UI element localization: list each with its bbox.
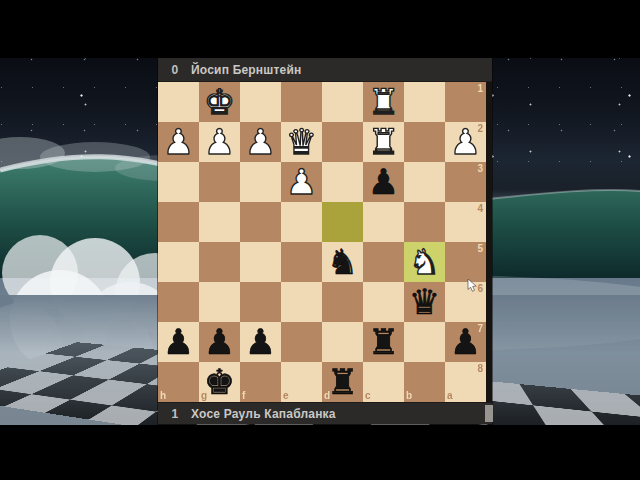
square-d8[interactable]: ♜d: [322, 362, 363, 402]
square-a5[interactable]: 5: [445, 242, 486, 282]
square-b2[interactable]: [404, 122, 445, 162]
square-c7[interactable]: ♜: [363, 322, 404, 362]
scrollbar-thumb[interactable]: [485, 405, 493, 422]
rank-label-8: 8: [477, 364, 483, 374]
square-g1[interactable]: ♚: [199, 82, 240, 122]
right-scroll-gutter: [486, 82, 492, 402]
square-b4[interactable]: [404, 202, 445, 242]
rank-label-3: 3: [477, 164, 483, 174]
player-top-result: 0: [168, 63, 182, 77]
player-bar-top: 0 Йосип Бернштейн: [158, 58, 492, 82]
player-bottom-name: Хосе Рауль Капабланка: [191, 407, 336, 421]
square-c5[interactable]: [363, 242, 404, 282]
square-e1[interactable]: [281, 82, 322, 122]
square-h6[interactable]: [158, 282, 199, 322]
square-c1[interactable]: ♜: [363, 82, 404, 122]
square-a4[interactable]: 4: [445, 202, 486, 242]
screenshot-stage: 0 Йосип Бернштейн ♚♜1♟♟♟♛♜♟2♟♟34♞♞5♛6♟♟♟…: [0, 0, 640, 480]
square-c8[interactable]: c: [363, 362, 404, 402]
player-bar-bottom: 1 Хосе Рауль Капабланка: [158, 402, 492, 424]
square-h3[interactable]: [158, 162, 199, 202]
rank-label-7: 7: [477, 324, 483, 334]
square-g8[interactable]: ♚g: [199, 362, 240, 402]
piece-black-pawn[interactable]: ♟: [158, 322, 199, 362]
piece-white-knight[interactable]: ♞: [404, 242, 445, 282]
square-f2[interactable]: ♟: [240, 122, 281, 162]
square-a3[interactable]: 3: [445, 162, 486, 202]
square-g3[interactable]: [199, 162, 240, 202]
square-a7[interactable]: ♟7: [445, 322, 486, 362]
square-f1[interactable]: [240, 82, 281, 122]
square-e2[interactable]: ♛: [281, 122, 322, 162]
piece-white-rook[interactable]: ♜: [363, 82, 404, 122]
board-area: ♚♜1♟♟♟♛♜♟2♟♟34♞♞5♛6♟♟♟♜♟7h♚gfe♜dcb8a: [158, 82, 492, 402]
square-d4[interactable]: [322, 202, 363, 242]
square-a8[interactable]: 8a: [445, 362, 486, 402]
square-f7[interactable]: ♟: [240, 322, 281, 362]
piece-black-pawn[interactable]: ♟: [363, 162, 404, 202]
piece-white-rook[interactable]: ♜: [363, 122, 404, 162]
square-g7[interactable]: ♟: [199, 322, 240, 362]
square-e7[interactable]: [281, 322, 322, 362]
square-d2[interactable]: [322, 122, 363, 162]
letterbox-top: [0, 0, 640, 58]
square-d5[interactable]: ♞: [322, 242, 363, 282]
piece-white-queen[interactable]: ♛: [281, 122, 322, 162]
square-f3[interactable]: [240, 162, 281, 202]
square-d1[interactable]: [322, 82, 363, 122]
square-e8[interactable]: e: [281, 362, 322, 402]
square-h1[interactable]: [158, 82, 199, 122]
piece-black-queen[interactable]: ♛: [404, 282, 445, 322]
square-d7[interactable]: [322, 322, 363, 362]
rank-label-2: 2: [477, 124, 483, 134]
square-b5[interactable]: ♞: [404, 242, 445, 282]
file-label-g: g: [201, 391, 207, 401]
square-b8[interactable]: b: [404, 362, 445, 402]
piece-black-rook[interactable]: ♜: [363, 322, 404, 362]
square-b3[interactable]: [404, 162, 445, 202]
file-label-c: c: [365, 391, 371, 401]
player-top-name: Йосип Бернштейн: [191, 63, 301, 77]
rank-label-1: 1: [477, 84, 483, 94]
square-h8[interactable]: h: [158, 362, 199, 402]
rank-label-6: 6: [477, 284, 483, 294]
square-b6[interactable]: ♛: [404, 282, 445, 322]
square-b1[interactable]: [404, 82, 445, 122]
square-f4[interactable]: [240, 202, 281, 242]
square-c6[interactable]: [363, 282, 404, 322]
square-a2[interactable]: ♟2: [445, 122, 486, 162]
square-d3[interactable]: [322, 162, 363, 202]
square-h4[interactable]: [158, 202, 199, 242]
square-c2[interactable]: ♜: [363, 122, 404, 162]
square-g4[interactable]: [199, 202, 240, 242]
square-c4[interactable]: [363, 202, 404, 242]
square-d6[interactable]: [322, 282, 363, 322]
letterbox-bottom: [0, 425, 640, 480]
board[interactable]: ♚♜1♟♟♟♛♜♟2♟♟34♞♞5♛6♟♟♟♜♟7h♚gfe♜dcb8a: [158, 82, 486, 402]
file-label-d: d: [324, 391, 330, 401]
file-label-e: e: [283, 391, 289, 401]
square-e3[interactable]: ♟: [281, 162, 322, 202]
square-e6[interactable]: [281, 282, 322, 322]
square-g6[interactable]: [199, 282, 240, 322]
file-label-f: f: [242, 391, 245, 401]
piece-white-pawn[interactable]: ♟: [158, 122, 199, 162]
square-e5[interactable]: [281, 242, 322, 282]
piece-black-knight[interactable]: ♞: [322, 242, 363, 282]
square-f6[interactable]: [240, 282, 281, 322]
player-bottom-result: 1: [168, 407, 182, 421]
piece-white-king[interactable]: ♚: [199, 82, 240, 122]
square-g2[interactable]: ♟: [199, 122, 240, 162]
file-label-b: b: [406, 391, 412, 401]
rank-label-5: 5: [477, 244, 483, 254]
square-e4[interactable]: [281, 202, 322, 242]
rank-label-4: 4: [477, 204, 483, 214]
file-label-h: h: [160, 391, 166, 401]
square-a6[interactable]: 6: [445, 282, 486, 322]
square-a1[interactable]: 1: [445, 82, 486, 122]
file-label-a: a: [447, 391, 453, 401]
square-h2[interactable]: ♟: [158, 122, 199, 162]
square-h5[interactable]: [158, 242, 199, 282]
square-f5[interactable]: [240, 242, 281, 282]
square-g5[interactable]: [199, 242, 240, 282]
square-c3[interactable]: ♟: [363, 162, 404, 202]
piece-white-pawn[interactable]: ♟: [281, 162, 322, 202]
square-b7[interactable]: [404, 322, 445, 362]
square-h7[interactable]: ♟: [158, 322, 199, 362]
piece-black-pawn[interactable]: ♟: [240, 322, 281, 362]
square-f8[interactable]: f: [240, 362, 281, 402]
piece-white-pawn[interactable]: ♟: [240, 122, 281, 162]
piece-black-pawn[interactable]: ♟: [199, 322, 240, 362]
piece-white-pawn[interactable]: ♟: [199, 122, 240, 162]
chess-widget: 0 Йосип Бернштейн ♚♜1♟♟♟♛♜♟2♟♟34♞♞5♛6♟♟♟…: [158, 58, 492, 424]
